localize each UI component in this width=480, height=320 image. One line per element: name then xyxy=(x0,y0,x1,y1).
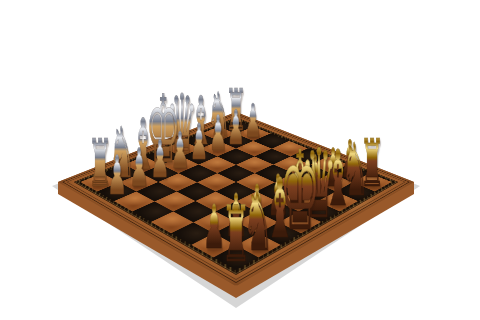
pieces-layer: ♜♞♝♛♚♝♞♜♟♟♟♟♟♟♟♟♟♟♟♟♟♟♟♟♜♞♝♛♚♝♞♜ xyxy=(0,0,480,320)
piece-white-pawn-h2[interactable]: ♟ xyxy=(92,149,142,203)
piece-black-rook-h8[interactable]: ♜ xyxy=(211,197,261,275)
chess-set-photo: ♜♞♝♛♚♝♞♜♟♟♟♟♟♟♟♟♟♟♟♟♟♟♟♟♜♞♝♛♚♝♞♜ xyxy=(0,0,480,320)
